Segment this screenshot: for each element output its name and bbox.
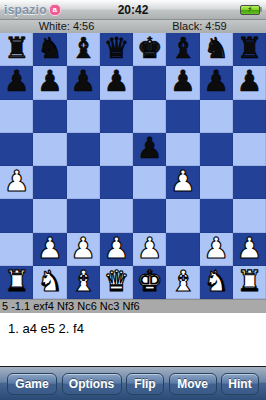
- square-f6[interactable]: [166, 100, 199, 133]
- piece-white-pawn: ♟: [203, 234, 229, 263]
- carrier-name: ispazio: [4, 3, 47, 17]
- piece-white-pawn: ♟: [236, 234, 262, 263]
- square-h7[interactable]: ♟: [233, 66, 266, 99]
- piece-white-bishop: ♝: [170, 267, 196, 296]
- square-g7[interactable]: ♟: [200, 66, 233, 99]
- square-f7[interactable]: ♟: [166, 66, 199, 99]
- square-h3[interactable]: [233, 199, 266, 232]
- square-b5[interactable]: [33, 133, 66, 166]
- square-g2[interactable]: ♟: [200, 233, 233, 266]
- square-d2[interactable]: ♟: [100, 233, 133, 266]
- piece-white-rook: ♜: [4, 267, 30, 296]
- square-a6[interactable]: [0, 100, 33, 133]
- piece-black-bishop: ♝: [70, 34, 96, 63]
- square-b8[interactable]: ♞: [33, 33, 66, 66]
- square-c3[interactable]: [67, 199, 100, 232]
- square-d5[interactable]: [100, 133, 133, 166]
- hint-button[interactable]: Hint: [221, 373, 259, 395]
- square-b3[interactable]: [33, 199, 66, 232]
- square-b1[interactable]: ♞: [33, 266, 66, 299]
- square-e7[interactable]: [133, 66, 166, 99]
- square-a4[interactable]: ♟: [0, 166, 33, 199]
- battery-nub: [260, 7, 262, 12]
- square-g3[interactable]: [200, 199, 233, 232]
- square-g4[interactable]: [200, 166, 233, 199]
- square-a2[interactable]: [0, 233, 33, 266]
- square-c8[interactable]: ♝: [67, 33, 100, 66]
- flip-button[interactable]: Flip: [126, 373, 164, 395]
- square-c6[interactable]: [67, 100, 100, 133]
- piece-black-rook: ♜: [4, 34, 30, 63]
- piece-black-queen: ♛: [103, 34, 129, 63]
- piece-black-pawn: ♟: [170, 67, 196, 96]
- square-b4[interactable]: [33, 166, 66, 199]
- square-d8[interactable]: ♛: [100, 33, 133, 66]
- square-a8[interactable]: ♜: [0, 33, 33, 66]
- battery-body: ⚡: [240, 5, 260, 15]
- ispazio-badge-icon: a: [49, 4, 61, 16]
- square-a3[interactable]: [0, 199, 33, 232]
- square-e6[interactable]: [133, 100, 166, 133]
- square-c1[interactable]: ♝: [67, 266, 100, 299]
- status-bar: ispazio a 20:42 ⚡: [0, 0, 266, 20]
- square-e3[interactable]: [133, 199, 166, 232]
- square-h2[interactable]: ♟: [233, 233, 266, 266]
- piece-black-pawn: ♟: [70, 67, 96, 96]
- square-f4[interactable]: ♟: [166, 166, 199, 199]
- piece-black-pawn: ♟: [37, 67, 63, 96]
- square-d7[interactable]: ♟: [100, 66, 133, 99]
- game-button[interactable]: Game: [7, 373, 57, 395]
- square-d3[interactable]: [100, 199, 133, 232]
- piece-white-pawn: ♟: [37, 234, 63, 263]
- piece-white-knight: ♞: [203, 267, 229, 296]
- piece-white-queen: ♛: [103, 267, 129, 296]
- piece-white-pawn: ♟: [4, 167, 30, 196]
- square-f8[interactable]: ♝: [166, 33, 199, 66]
- square-h8[interactable]: ♜: [233, 33, 266, 66]
- piece-black-knight: ♞: [203, 34, 229, 63]
- square-g6[interactable]: [200, 100, 233, 133]
- square-f1[interactable]: ♝: [166, 266, 199, 299]
- piece-black-rook: ♜: [236, 34, 262, 63]
- square-c5[interactable]: [67, 133, 100, 166]
- battery-charging-icon: ⚡: [240, 5, 262, 15]
- piece-white-pawn: ♟: [70, 234, 96, 263]
- app-window: ispazio a 20:42 ⚡ White: 4:56 Black: 4:5…: [0, 0, 266, 400]
- square-b6[interactable]: [33, 100, 66, 133]
- square-a7[interactable]: ♟: [0, 66, 33, 99]
- square-a5[interactable]: [0, 133, 33, 166]
- piece-white-pawn: ♟: [137, 234, 163, 263]
- square-a1[interactable]: ♜: [0, 266, 33, 299]
- square-b2[interactable]: ♟: [33, 233, 66, 266]
- square-f3[interactable]: [166, 199, 199, 232]
- piece-black-knight: ♞: [37, 34, 63, 63]
- piece-black-pawn: ♟: [103, 67, 129, 96]
- square-b7[interactable]: ♟: [33, 66, 66, 99]
- square-g8[interactable]: ♞: [200, 33, 233, 66]
- piece-black-king: ♚: [137, 34, 163, 63]
- square-d6[interactable]: [100, 100, 133, 133]
- square-e4[interactable]: [133, 166, 166, 199]
- square-e2[interactable]: ♟: [133, 233, 166, 266]
- square-g5[interactable]: [200, 133, 233, 166]
- piece-white-king: ♚: [137, 267, 163, 296]
- square-c2[interactable]: ♟: [67, 233, 100, 266]
- piece-black-pawn: ♟: [203, 67, 229, 96]
- square-e5[interactable]: ♟: [133, 133, 166, 166]
- square-c7[interactable]: ♟: [67, 66, 100, 99]
- piece-white-knight: ♞: [37, 267, 63, 296]
- piece-black-pawn: ♟: [4, 67, 30, 96]
- piece-black-pawn: ♟: [236, 67, 262, 96]
- square-e1[interactable]: ♚: [133, 266, 166, 299]
- piece-white-bishop: ♝: [70, 267, 96, 296]
- piece-black-bishop: ♝: [170, 34, 196, 63]
- piece-black-pawn: ♟: [137, 134, 163, 163]
- chess-board: ♜♞♝♛♚♝♞♜♟♟♟♟♟♟♟♟♟♟♟♟♟♟♟♟♜♞♝♛♚♝♞♜: [0, 33, 266, 299]
- square-d4[interactable]: [100, 166, 133, 199]
- square-c4[interactable]: [67, 166, 100, 199]
- square-e8[interactable]: ♚: [133, 33, 166, 66]
- square-h4[interactable]: [233, 166, 266, 199]
- square-h1[interactable]: ♜: [233, 266, 266, 299]
- square-f5[interactable]: [166, 133, 199, 166]
- square-h6[interactable]: [233, 100, 266, 133]
- engine-line: 5 -1.1 exf4 Nf3 Nc6 Nc3 Nf6: [0, 299, 266, 313]
- square-d1[interactable]: ♛: [100, 266, 133, 299]
- carrier-logo: ispazio a: [4, 3, 61, 17]
- square-g1[interactable]: ♞: [200, 266, 233, 299]
- piece-white-pawn: ♟: [103, 234, 129, 263]
- square-f2[interactable]: [166, 233, 199, 266]
- piece-white-rook: ♜: [236, 267, 262, 296]
- options-button[interactable]: Options: [62, 373, 122, 395]
- bottom-toolbar: Game Options Flip Move Hint: [0, 366, 266, 400]
- move-list: 1. a4 e5 2. f4: [0, 313, 266, 366]
- piece-white-pawn: ♟: [170, 167, 196, 196]
- square-h5[interactable]: [233, 133, 266, 166]
- move-button[interactable]: Move: [169, 373, 217, 395]
